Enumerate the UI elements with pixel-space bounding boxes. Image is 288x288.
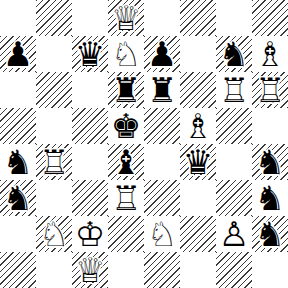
square-h6[interactable]: ♜♖ xyxy=(252,72,288,108)
square-b5[interactable] xyxy=(36,108,72,144)
square-d4[interactable]: ♝♝ xyxy=(108,144,144,180)
piece-black-queen[interactable]: ♛ xyxy=(180,144,216,180)
piece-black-knight[interactable]: ♞ xyxy=(0,144,36,180)
piece-black-knight[interactable]: ♞ xyxy=(252,144,288,180)
square-f8[interactable] xyxy=(180,0,216,36)
square-f7[interactable] xyxy=(180,36,216,72)
square-d3[interactable]: ♜♖ xyxy=(108,180,144,216)
piece-black-knight[interactable]: ♞ xyxy=(252,216,288,252)
square-d1[interactable] xyxy=(108,252,144,288)
piece-white-bishop[interactable]: ♗ xyxy=(180,108,216,144)
square-a1[interactable] xyxy=(0,252,36,288)
square-b2[interactable]: ♞♘ xyxy=(36,216,72,252)
square-e5[interactable] xyxy=(144,108,180,144)
square-f4[interactable]: ♛♛ xyxy=(180,144,216,180)
square-e6[interactable]: ♜♜ xyxy=(144,72,180,108)
piece-black-king[interactable]: ♚ xyxy=(108,108,144,144)
square-g4[interactable] xyxy=(216,144,252,180)
square-a4[interactable]: ♞♞ xyxy=(0,144,36,180)
square-b3[interactable] xyxy=(36,180,72,216)
square-c2[interactable]: ♚♔ xyxy=(72,216,108,252)
square-h5[interactable] xyxy=(252,108,288,144)
piece-black-knight[interactable]: ♞ xyxy=(216,36,252,72)
square-h1[interactable] xyxy=(252,252,288,288)
square-c7[interactable]: ♛♛ xyxy=(72,36,108,72)
piece-white-knight[interactable]: ♘ xyxy=(108,36,144,72)
piece-white-king[interactable]: ♔ xyxy=(72,216,108,252)
piece-black-pawn[interactable]: ♟ xyxy=(144,36,180,72)
piece-white-rook[interactable]: ♖ xyxy=(216,72,252,108)
square-e8[interactable] xyxy=(144,0,180,36)
square-a6[interactable] xyxy=(0,72,36,108)
square-b4[interactable]: ♜♖ xyxy=(36,144,72,180)
square-g6[interactable]: ♜♖ xyxy=(216,72,252,108)
square-e2[interactable]: ♞♘ xyxy=(144,216,180,252)
square-h2[interactable]: ♞♞ xyxy=(252,216,288,252)
square-b1[interactable] xyxy=(36,252,72,288)
square-a5[interactable] xyxy=(0,108,36,144)
piece-black-rook[interactable]: ♜ xyxy=(144,72,180,108)
piece-black-bishop[interactable]: ♝ xyxy=(108,144,144,180)
square-a3[interactable]: ♞♞ xyxy=(0,180,36,216)
piece-white-queen[interactable]: ♕ xyxy=(72,252,108,288)
square-h4[interactable]: ♞♞ xyxy=(252,144,288,180)
square-c1[interactable]: ♛♕ xyxy=(72,252,108,288)
piece-white-bishop[interactable]: ♗ xyxy=(252,36,288,72)
chess-board: ♛♕ ♟♟ ♛♛ ♞♘ ♟♟ ♞♞ ♝♗ ♜♜ ♜♜ ♜♖ ♜♖ ♚♚ ♝♗ ♞… xyxy=(0,0,288,288)
piece-white-queen[interactable]: ♕ xyxy=(108,0,144,36)
piece-white-pawn[interactable]: ♙ xyxy=(216,216,252,252)
piece-black-knight[interactable]: ♞ xyxy=(0,180,36,216)
square-d5[interactable]: ♚♚ xyxy=(108,108,144,144)
square-b6[interactable] xyxy=(36,72,72,108)
square-g2[interactable]: ♟♙ xyxy=(216,216,252,252)
square-f3[interactable] xyxy=(180,180,216,216)
square-d2[interactable] xyxy=(108,216,144,252)
piece-white-knight[interactable]: ♘ xyxy=(36,216,72,252)
square-b7[interactable] xyxy=(36,36,72,72)
square-g3[interactable] xyxy=(216,180,252,216)
square-g8[interactable] xyxy=(216,0,252,36)
square-c8[interactable] xyxy=(72,0,108,36)
square-f2[interactable] xyxy=(180,216,216,252)
square-c4[interactable] xyxy=(72,144,108,180)
piece-white-rook[interactable]: ♖ xyxy=(108,180,144,216)
square-h8[interactable] xyxy=(252,0,288,36)
square-d7[interactable]: ♞♘ xyxy=(108,36,144,72)
square-f5[interactable]: ♝♗ xyxy=(180,108,216,144)
square-g7[interactable]: ♞♞ xyxy=(216,36,252,72)
square-e3[interactable] xyxy=(144,180,180,216)
square-a7[interactable]: ♟♟ xyxy=(0,36,36,72)
square-c5[interactable] xyxy=(72,108,108,144)
square-e7[interactable]: ♟♟ xyxy=(144,36,180,72)
square-d6[interactable]: ♜♜ xyxy=(108,72,144,108)
square-c6[interactable] xyxy=(72,72,108,108)
square-d8[interactable]: ♛♕ xyxy=(108,0,144,36)
square-e1[interactable] xyxy=(144,252,180,288)
piece-black-queen[interactable]: ♛ xyxy=(72,36,108,72)
square-c3[interactable] xyxy=(72,180,108,216)
square-g1[interactable] xyxy=(216,252,252,288)
square-b8[interactable] xyxy=(36,0,72,36)
square-a2[interactable] xyxy=(0,216,36,252)
piece-white-knight[interactable]: ♘ xyxy=(144,216,180,252)
piece-white-rook[interactable]: ♖ xyxy=(252,72,288,108)
square-f1[interactable] xyxy=(180,252,216,288)
piece-black-knight[interactable]: ♞ xyxy=(252,180,288,216)
square-e4[interactable] xyxy=(144,144,180,180)
square-h3[interactable]: ♞♞ xyxy=(252,180,288,216)
square-g5[interactable] xyxy=(216,108,252,144)
square-h7[interactable]: ♝♗ xyxy=(252,36,288,72)
square-a8[interactable] xyxy=(0,0,36,36)
square-f6[interactable] xyxy=(180,72,216,108)
piece-white-rook[interactable]: ♖ xyxy=(36,144,72,180)
piece-black-pawn[interactable]: ♟ xyxy=(0,36,36,72)
piece-black-rook[interactable]: ♜ xyxy=(108,72,144,108)
